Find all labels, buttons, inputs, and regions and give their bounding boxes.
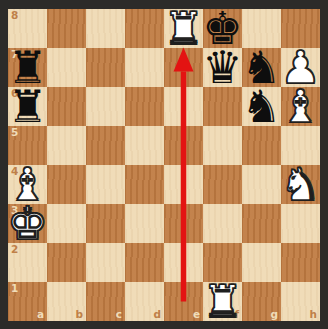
piece-white-rook-e8[interactable]: ♜	[164, 9, 203, 48]
square-c5[interactable]	[86, 126, 125, 165]
piece-white-king-a3[interactable]: ♚	[8, 204, 47, 243]
square-h1[interactable]: h	[281, 282, 320, 321]
file-label-e: e	[193, 308, 200, 320]
square-b1[interactable]: b	[47, 282, 86, 321]
square-g3[interactable]	[242, 204, 281, 243]
file-label-d: d	[153, 308, 161, 320]
file-label-a: a	[37, 308, 44, 320]
file-label-b: b	[75, 308, 83, 320]
square-d5[interactable]	[125, 126, 164, 165]
square-g1[interactable]: g	[242, 282, 281, 321]
chess-board[interactable]: 8♜♚7♜♛♞♟6♜♞♝54♝♞3♚21abcdef♜gh	[8, 9, 320, 321]
page: { "game": "chess", "position": { "fen": …	[0, 0, 328, 329]
square-f3[interactable]	[203, 204, 242, 243]
square-b3[interactable]	[47, 204, 86, 243]
square-f4[interactable]	[203, 165, 242, 204]
square-d2[interactable]	[125, 243, 164, 282]
square-f1[interactable]: f♜	[203, 282, 242, 321]
square-e3[interactable]	[164, 204, 203, 243]
file-label-g: g	[270, 308, 278, 320]
square-c3[interactable]	[86, 204, 125, 243]
square-f5[interactable]	[203, 126, 242, 165]
square-d1[interactable]: d	[125, 282, 164, 321]
square-d7[interactable]	[125, 48, 164, 87]
piece-black-knight-g6[interactable]: ♞	[242, 87, 281, 126]
square-a3[interactable]: 3♚	[8, 204, 47, 243]
square-c2[interactable]	[86, 243, 125, 282]
piece-white-bishop-h6[interactable]: ♝	[281, 87, 320, 126]
square-d8[interactable]	[125, 9, 164, 48]
square-e8[interactable]: ♜	[164, 9, 203, 48]
square-b5[interactable]	[47, 126, 86, 165]
square-a6[interactable]: 6♜	[8, 87, 47, 126]
file-label-h: h	[310, 308, 317, 320]
square-e4[interactable]	[164, 165, 203, 204]
file-label-c: c	[116, 308, 122, 320]
square-g4[interactable]	[242, 165, 281, 204]
square-c7[interactable]	[86, 48, 125, 87]
piece-white-rook-f1[interactable]: ♜	[203, 282, 242, 321]
square-g6[interactable]: ♞	[242, 87, 281, 126]
square-h6[interactable]: ♝	[281, 87, 320, 126]
square-d6[interactable]	[125, 87, 164, 126]
rank-label-8: 8	[11, 9, 18, 21]
square-d3[interactable]	[125, 204, 164, 243]
square-f7[interactable]: ♛	[203, 48, 242, 87]
square-b8[interactable]	[47, 9, 86, 48]
square-b7[interactable]	[47, 48, 86, 87]
square-c8[interactable]	[86, 9, 125, 48]
piece-black-queen-f7[interactable]: ♛	[203, 48, 242, 87]
square-e1[interactable]: e	[164, 282, 203, 321]
square-e2[interactable]	[164, 243, 203, 282]
square-h4[interactable]: ♞	[281, 165, 320, 204]
square-e5[interactable]	[164, 126, 203, 165]
square-b2[interactable]	[47, 243, 86, 282]
square-g2[interactable]	[242, 243, 281, 282]
square-c4[interactable]	[86, 165, 125, 204]
square-b4[interactable]	[47, 165, 86, 204]
square-a1[interactable]: 1a	[8, 282, 47, 321]
square-e6[interactable]	[164, 87, 203, 126]
piece-black-rook-a6[interactable]: ♜	[8, 87, 47, 126]
piece-white-knight-h4[interactable]: ♞	[281, 165, 320, 204]
square-d4[interactable]	[125, 165, 164, 204]
board-frame: 8♜♚7♜♛♞♟6♜♞♝54♝♞3♚21abcdef♜gh	[0, 0, 328, 329]
rank-label-1: 1	[11, 282, 18, 294]
square-c1[interactable]: c	[86, 282, 125, 321]
square-c6[interactable]	[86, 87, 125, 126]
square-b6[interactable]	[47, 87, 86, 126]
square-h2[interactable]	[281, 243, 320, 282]
